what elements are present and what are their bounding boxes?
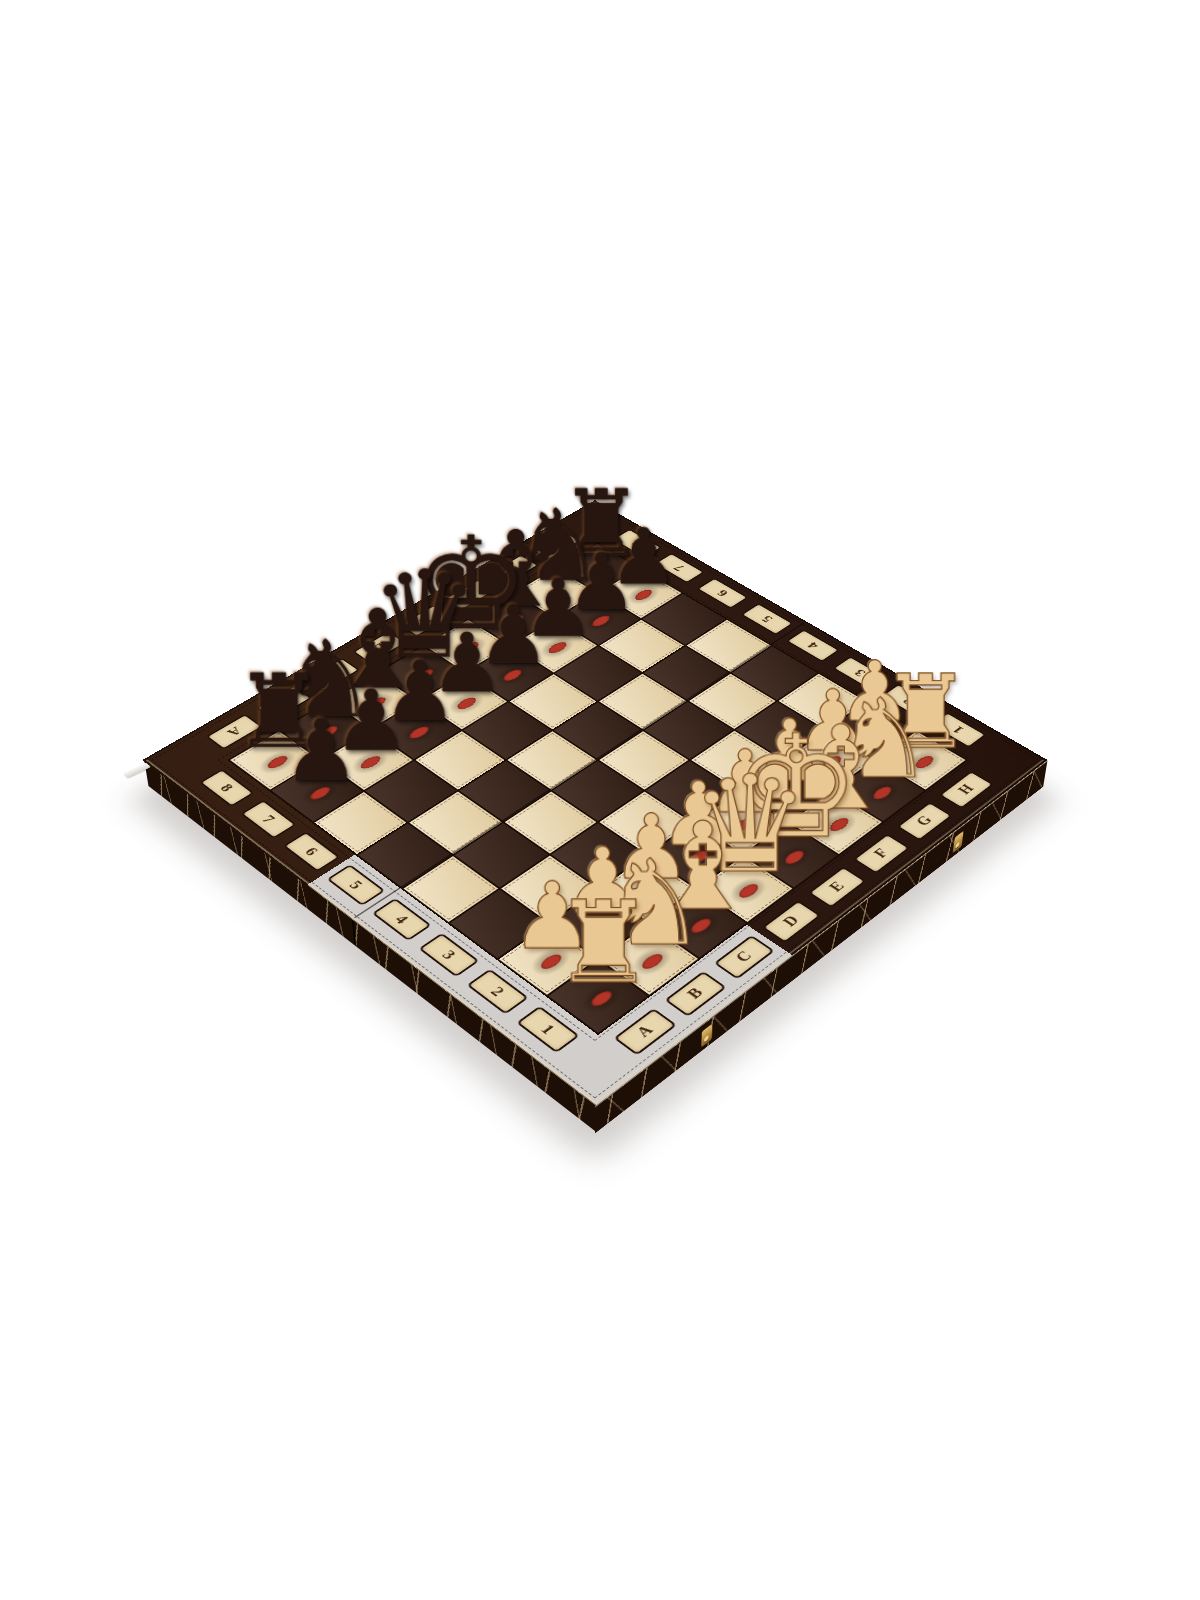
file-label-text: H <box>545 539 566 551</box>
rank-label-text: 7 <box>670 563 688 574</box>
file-label-text: A <box>632 1022 658 1041</box>
piece-white-rook[interactable]: ♜ <box>514 886 692 1000</box>
rank-label-text: 2 <box>486 983 509 999</box>
rank-label-text: 8 <box>216 781 237 795</box>
rank-label-text: 6 <box>301 844 323 858</box>
file-label-text: F <box>460 589 480 601</box>
rank-label-text: 7 <box>258 812 280 826</box>
piece-black-pawn[interactable]: ♟ <box>240 708 403 793</box>
rank-label-text: 1 <box>536 1021 559 1038</box>
product-photo: 87654321 87654321 ABCDEFGH ABCDEFGH ♜♞♝♛… <box>0 0 1200 1600</box>
chess-board: 87654321 87654321 ABCDEFGH ABCDEFGH ♜♞♝♛… <box>142 500 1047 1106</box>
rank-label-text: 8 <box>628 538 646 549</box>
square-d5[interactable] <box>507 731 596 790</box>
rank-label-text: 4 <box>804 640 823 652</box>
rank-label-text: 4 <box>391 912 413 927</box>
rank-label-text: 3 <box>438 947 460 963</box>
file-label-text: D <box>369 640 390 653</box>
file-label-text: E <box>415 614 435 627</box>
square-e5[interactable] <box>554 702 642 759</box>
chess-set-scene: 87654321 87654321 ABCDEFGH ABCDEFGH ♜♞♝♛… <box>275 440 915 1080</box>
board-top-face: 87654321 87654321 ABCDEFGH ABCDEFGH ♜♞♝♛… <box>142 500 1047 1106</box>
file-label-text: G <box>502 563 523 576</box>
rank-label-text: 6 <box>713 588 731 599</box>
rank-label-text: 5 <box>758 613 776 624</box>
rank-label-text: 5 <box>345 877 367 892</box>
